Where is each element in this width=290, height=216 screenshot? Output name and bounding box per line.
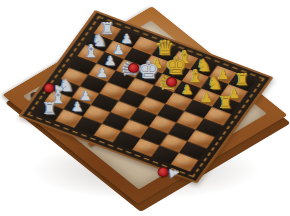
silver-pawn-b5[interactable]: ♟: [96, 66, 108, 79]
gold-rook-h6[interactable]: ♜: [219, 95, 233, 111]
chess-set-photo: ♜♟♞♟♛♝♝♟♟♞♛♚♟♟♚♝♜♛♞♟♞♟♟♟♟♝♜♟♜♟: [0, 0, 290, 216]
gold-pawn-f6[interactable]: ♟: [181, 83, 193, 96]
gold-pawn-g6[interactable]: ♟: [201, 91, 213, 104]
silver-pawn-b2[interactable]: ♟: [71, 100, 83, 113]
pieces-layer: ♜♟♞♟♛♝♝♟♟♞♛♚♟♟♚♝♜♛♞♟♞♟♟♟♟♝♜♟♜♟: [0, 0, 290, 216]
silver-rook-a1[interactable]: ♜: [43, 101, 57, 117]
silver-bishop-a6[interactable]: ♝: [83, 42, 99, 60]
fallen-silver-queen[interactable]: ♛: [121, 59, 139, 79]
fallen-silver-pawn[interactable]: ♟: [169, 164, 180, 180]
fallen-gold-queen[interactable]: ♛: [159, 73, 177, 93]
